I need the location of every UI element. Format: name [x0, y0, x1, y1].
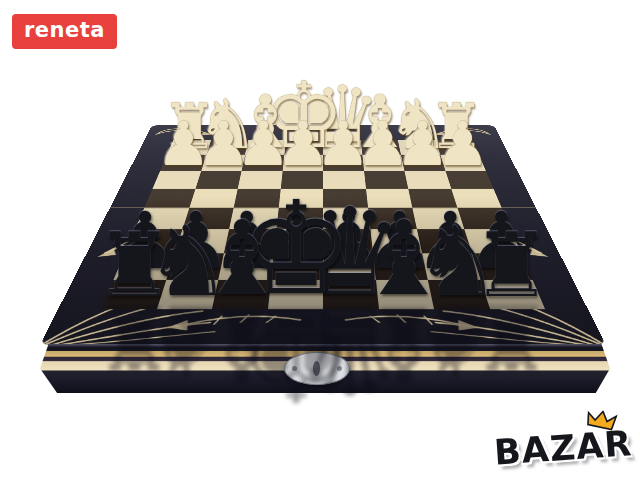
square: [206, 140, 248, 155]
square: [417, 229, 472, 253]
carved-arrowhead-icon: [98, 248, 119, 257]
square: [273, 229, 323, 253]
square: [212, 280, 271, 310]
square: [182, 208, 234, 229]
square: [480, 280, 545, 310]
square: [445, 171, 493, 189]
square: [201, 155, 245, 171]
square: [457, 208, 511, 229]
square: [401, 155, 445, 171]
square: [167, 140, 211, 155]
square: [366, 189, 413, 208]
clasp-keyhole-icon: [313, 361, 320, 376]
carved-arrowhead-icon: [456, 320, 480, 330]
square: [362, 155, 404, 171]
square: [114, 253, 175, 279]
square: [440, 155, 486, 171]
board-front-edge: [40, 344, 610, 393]
square: [144, 189, 195, 208]
carved-arrowhead-icon: [166, 320, 190, 330]
square: [451, 189, 502, 208]
clasp-screw-icon: [337, 366, 342, 371]
square: [280, 171, 323, 189]
carved-scroll-icon: [157, 129, 211, 134]
carved-arrowhead-icon: [200, 132, 213, 136]
square: [368, 208, 417, 229]
carved-arrow-icon: [518, 241, 541, 252]
square: [282, 155, 323, 171]
square: [323, 189, 368, 208]
square: [472, 253, 533, 279]
square: [156, 280, 218, 310]
square: [370, 229, 422, 253]
seller-watermark: reneta: [12, 14, 117, 49]
square: [153, 171, 201, 189]
square: [360, 140, 401, 155]
oval-metal-clasp: [284, 352, 350, 385]
square: [278, 189, 323, 208]
square: [166, 253, 224, 279]
square: [195, 171, 241, 189]
square: [276, 208, 323, 229]
square: [234, 189, 281, 208]
square: [323, 155, 364, 171]
chessboard: [40, 125, 607, 345]
carved-scroll-icon: [435, 129, 489, 134]
square: [174, 229, 229, 253]
square: [323, 171, 366, 189]
square: [238, 171, 283, 189]
square: [323, 140, 362, 155]
square: [189, 189, 238, 208]
square: [398, 140, 440, 155]
square: [323, 229, 373, 253]
product-photo-stage: reneta: [0, 0, 640, 480]
square: [224, 229, 276, 253]
carved-arrowhead-icon: [434, 132, 447, 136]
square: [323, 208, 370, 229]
square: [422, 253, 480, 279]
square: [242, 155, 284, 171]
square: [245, 140, 286, 155]
marketplace-watermark: BAZAR: [493, 423, 634, 473]
square: [135, 208, 189, 229]
board-field: [101, 140, 545, 309]
square: [464, 229, 521, 253]
square: [160, 155, 206, 171]
square: [323, 280, 379, 310]
square: [428, 280, 490, 310]
square: [267, 280, 323, 310]
carved-arrowhead-icon: [527, 248, 548, 257]
square: [435, 140, 479, 155]
carved-vine-icon: [346, 315, 464, 325]
carved-vine-icon: [182, 315, 300, 325]
square: [229, 208, 278, 229]
square: [218, 253, 273, 279]
square: [364, 171, 409, 189]
square: [412, 208, 464, 229]
square: [125, 229, 182, 253]
square: [284, 140, 323, 155]
square: [323, 253, 375, 279]
square: [375, 280, 434, 310]
square: [408, 189, 457, 208]
square: [101, 280, 166, 310]
clasp-screw-icon: [292, 366, 297, 371]
square: [404, 171, 450, 189]
square: [271, 253, 323, 279]
square: [373, 253, 428, 279]
